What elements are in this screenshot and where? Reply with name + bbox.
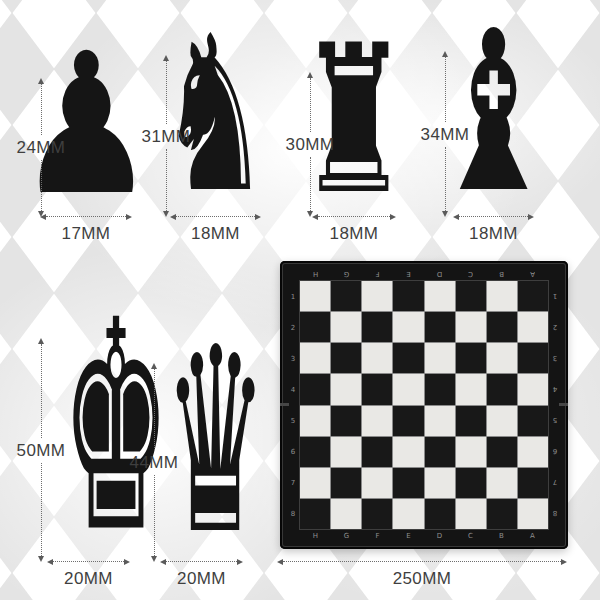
board-cell-d6 [425, 437, 455, 467]
pawn-height-label: 24MM [17, 135, 66, 160]
bishop-width-dimension: 18MM [453, 213, 534, 242]
file-label: D [424, 530, 455, 542]
board-cell-h8 [300, 499, 330, 529]
file-label: F [362, 530, 393, 542]
board-cell-b1 [487, 281, 517, 311]
board-cell-f1 [362, 281, 392, 311]
bishop-height-dimension: 34MM [415, 51, 475, 217]
dimension-line [41, 344, 42, 438]
board-cell-g3 [331, 343, 361, 373]
dimension-line [318, 216, 390, 217]
arrow-right-icon [255, 214, 261, 220]
board-cell-g1 [331, 281, 361, 311]
board-cell-h4 [300, 374, 330, 404]
board-cell-a3 [518, 343, 548, 373]
king-height-label: 50MM [17, 438, 66, 463]
rank-label: 4 [287, 374, 299, 405]
dimension-line [445, 57, 446, 122]
arrow-down-icon [442, 211, 448, 217]
board-cell-d7 [425, 468, 455, 498]
rank-label: 6 [287, 436, 299, 467]
board-cell-g6 [331, 437, 361, 467]
rank-label: 5 [549, 405, 561, 436]
board-cell-e8 [393, 499, 423, 529]
board-cell-b6 [487, 437, 517, 467]
file-label: E [393, 268, 424, 280]
dimension-line [166, 561, 237, 562]
board-files-bottom: HGFEDCBA [300, 530, 548, 542]
board-cell-h6 [300, 437, 330, 467]
rook-width-dimension: 18MM [312, 213, 396, 242]
board-cell-c3 [456, 343, 486, 373]
board-cell-h2 [300, 312, 330, 342]
arrow-right-icon [126, 214, 132, 220]
board-width-label: 250MM [393, 570, 452, 587]
board-cell-f8 [362, 499, 392, 529]
rank-label: 7 [287, 467, 299, 498]
board-cell-c1 [456, 281, 486, 311]
dimension-line [166, 61, 167, 124]
file-label: G [331, 268, 362, 280]
file-label: H [300, 268, 331, 280]
file-label: H [300, 530, 331, 542]
board-cell-e6 [393, 437, 423, 467]
arrow-right-icon [528, 214, 534, 220]
rank-label: 1 [549, 281, 561, 312]
dimension-line [310, 78, 311, 132]
rank-label: 4 [549, 374, 561, 405]
board-cell-d3 [425, 343, 455, 373]
dimension-line [459, 216, 528, 217]
dimension-line [176, 216, 255, 217]
board-cell-f2 [362, 312, 392, 342]
board-cell-h7 [300, 468, 330, 498]
board-cell-e5 [393, 406, 423, 436]
pawn-width-dimension: 17MM [40, 213, 132, 242]
rank-label: 3 [287, 343, 299, 374]
board-cell-e7 [393, 468, 423, 498]
dimension-line [166, 149, 167, 212]
board-hinge-right [559, 403, 568, 406]
file-label: B [486, 530, 517, 542]
board-files-top: HGFEDCBA [300, 268, 548, 280]
knight-width-label: 18MM [191, 225, 240, 242]
board-cell-a8 [518, 499, 548, 529]
dimension-line [154, 475, 155, 556]
arrow-right-icon [390, 214, 396, 220]
board-cell-g5 [331, 406, 361, 436]
board-cell-b4 [487, 374, 517, 404]
board-cell-g2 [331, 312, 361, 342]
board-cell-h5 [300, 406, 330, 436]
file-label: A [517, 268, 548, 280]
board-cell-f3 [362, 343, 392, 373]
knight-width-dimension: 18MM [170, 213, 261, 242]
board-cell-a4 [518, 374, 548, 404]
board-hinge-left [280, 403, 289, 406]
board-cell-b5 [487, 406, 517, 436]
file-label: A [517, 530, 548, 542]
file-label: E [393, 530, 424, 542]
file-label: D [424, 268, 455, 280]
bishop-height-label: 34MM [421, 122, 470, 147]
arrow-down-icon [38, 556, 44, 562]
board-cell-e3 [393, 343, 423, 373]
board-cell-g7 [331, 468, 361, 498]
dimension-line [154, 369, 155, 450]
queen-height-dimension: 44MM [124, 363, 184, 562]
board-cell-c7 [456, 468, 486, 498]
board-cell-c4 [456, 374, 486, 404]
board-cell-a7 [518, 468, 548, 498]
rank-label: 6 [549, 436, 561, 467]
board-cell-f4 [362, 374, 392, 404]
rank-label: 2 [549, 312, 561, 343]
chess-set-dimension-diagram: ♟ ♞ ♜ ♝ ♚ ♛ 24MM 31MM 30MM 34MM [0, 0, 600, 600]
board-cell-f7 [362, 468, 392, 498]
dimension-line [53, 561, 124, 562]
dimension-line [445, 147, 446, 212]
pawn-height-dimension: 24MM [11, 78, 71, 217]
file-label: F [362, 268, 393, 280]
board-cell-b2 [487, 312, 517, 342]
board-cell-d4 [425, 374, 455, 404]
queen-width-dimension: 20MM [160, 558, 243, 587]
board-cell-f5 [362, 406, 392, 436]
king-height-dimension: 50MM [11, 338, 71, 562]
board-cell-c8 [456, 499, 486, 529]
knight-height-label: 31MM [142, 124, 191, 149]
board-grid [300, 281, 548, 529]
board-cell-c5 [456, 406, 486, 436]
rank-label: 2 [287, 312, 299, 343]
board-cell-a2 [518, 312, 548, 342]
board-cell-d8 [425, 499, 455, 529]
rank-label: 5 [287, 405, 299, 436]
file-label: C [455, 530, 486, 542]
rank-label: 8 [549, 498, 561, 529]
board-cell-d1 [425, 281, 455, 311]
file-label: B [486, 268, 517, 280]
arrow-right-icon [237, 559, 243, 565]
queen-width-label: 20MM [177, 570, 226, 587]
board-cell-g8 [331, 499, 361, 529]
rank-label: 3 [549, 343, 561, 374]
board-cell-b8 [487, 499, 517, 529]
board-cell-h1 [300, 281, 330, 311]
file-label: C [455, 268, 486, 280]
dimension-line [283, 561, 561, 562]
chessboard: HGFEDCBA HGFEDCBA 12345678 12345678 [280, 261, 568, 549]
rank-label: 1 [287, 281, 299, 312]
bishop-width-label: 18MM [469, 225, 518, 242]
arrow-right-icon [124, 559, 130, 565]
board-cell-e4 [393, 374, 423, 404]
dimension-line [41, 160, 42, 211]
queen-height-label: 44MM [130, 450, 179, 475]
board-cell-f6 [362, 437, 392, 467]
board-cell-c6 [456, 437, 486, 467]
dimension-line [310, 157, 311, 211]
board-cell-a5 [518, 406, 548, 436]
rank-label: 7 [549, 467, 561, 498]
king-width-label: 20MM [64, 570, 113, 587]
dimension-line [41, 463, 42, 557]
arrow-down-icon [151, 556, 157, 562]
board-cell-d2 [425, 312, 455, 342]
rook-height-dimension: 30MM [280, 72, 340, 217]
board-cell-e2 [393, 312, 423, 342]
rook-height-label: 30MM [286, 132, 335, 157]
board-cell-b7 [487, 468, 517, 498]
board-cell-g4 [331, 374, 361, 404]
arrow-down-icon [163, 211, 169, 217]
board-cell-b3 [487, 343, 517, 373]
board-cell-c2 [456, 312, 486, 342]
rank-label: 8 [287, 498, 299, 529]
board-cell-a1 [518, 281, 548, 311]
dimension-line [41, 84, 42, 135]
board-cell-d5 [425, 406, 455, 436]
board-cell-h3 [300, 343, 330, 373]
board-width-dimension: 250MM [277, 558, 567, 587]
dimension-line [46, 216, 126, 217]
pawn-width-label: 17MM [62, 225, 111, 242]
file-label: G [331, 530, 362, 542]
knight-height-dimension: 31MM [136, 55, 196, 217]
board-cell-e1 [393, 281, 423, 311]
king-width-dimension: 20MM [47, 558, 130, 587]
arrow-right-icon [561, 559, 567, 565]
board-cell-a6 [518, 437, 548, 467]
rook-width-label: 18MM [330, 225, 379, 242]
